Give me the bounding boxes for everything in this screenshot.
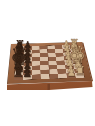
chess-set-photo: ♜♞♝♛♚♝♞♜♟♟♟♟♟♟♟♟♟♟♟♟♟♟♟♟♜♞♝♛♚♝♞♜: [0, 0, 95, 126]
pieces-layer: ♜♞♝♛♚♝♞♜♟♟♟♟♟♟♟♟♟♟♟♟♟♟♟♟♜♞♝♛♚♝♞♜: [0, 0, 95, 126]
black-pawn: ♟: [22, 69, 32, 80]
white-rook: ♜: [74, 65, 85, 78]
